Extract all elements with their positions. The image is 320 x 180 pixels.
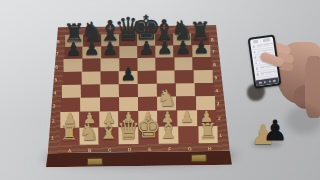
piece-black-pawn-h7[interactable]: ♟ [193, 38, 209, 56]
app-row-icon [255, 67, 258, 70]
piece-white-pawn-g2[interactable]: ♟ [180, 110, 194, 125]
piece-black-pawn-d5[interactable]: ♟ [120, 65, 136, 83]
nav-icon[interactable] [259, 81, 262, 84]
app-row-icon [252, 45, 255, 48]
forearm [305, 56, 320, 118]
piece-black-pawn-a7[interactable]: ♟ [65, 40, 81, 58]
piece-white-rook-a1[interactable]: ♜ [60, 123, 79, 144]
app-row-icon [254, 56, 257, 59]
chess-board: ABCDEFGHABCDEFGH8877665544332211 ♜♞♝♛♚♝♞… [39, 19, 241, 174]
piece-black-pawn-b7[interactable]: ♟ [84, 40, 100, 58]
piece-white-rook-h1[interactable]: ♜ [198, 121, 217, 142]
piece-black-pawn-f7[interactable]: ♟ [156, 39, 172, 57]
nav-icon[interactable] [264, 81, 267, 84]
app-row-icon [256, 73, 259, 76]
pinky-finger [293, 85, 320, 109]
board-pieces: ♜♞♝♛♚♝♞♜♟♟♟♟♟♟♟♟♞♟♟♟♟♟♟♟♟♜♞♝♛♚♝♜ [39, 19, 241, 174]
piece-black-pawn-c7[interactable]: ♟ [102, 39, 118, 57]
piece-white-bishop-f1[interactable]: ♝ [157, 119, 179, 143]
piece-black-pawn-e7[interactable]: ♟ [138, 39, 154, 57]
piece-white-knight-f3[interactable]: ♞ [156, 87, 177, 110]
chess-photo-scene: ABCDEFGHABCDEFGH8877665544332211 ♜♞♝♛♚♝♞… [0, 0, 320, 180]
side-pawn-black[interactable]: ♟ [262, 117, 287, 145]
app-row-icon [254, 62, 257, 65]
piece-white-knight-b1[interactable]: ♞ [79, 121, 100, 144]
app-row-icon [253, 51, 256, 54]
nav-icon[interactable] [268, 80, 271, 83]
hand-shadow [286, 106, 320, 134]
hand-back [276, 42, 320, 104]
nav-icon[interactable] [273, 79, 276, 82]
piece-black-pawn-g7[interactable]: ♟ [175, 38, 191, 56]
